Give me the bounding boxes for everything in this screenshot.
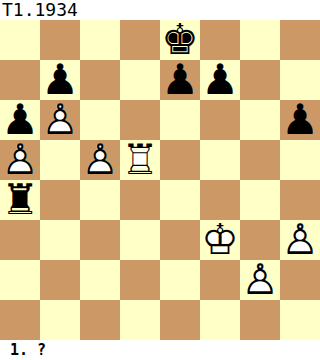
square-h7[interactable] — [280, 60, 320, 100]
square-b8[interactable] — [40, 20, 80, 60]
piece-white-pawn: ♙ — [80, 140, 120, 180]
square-f4[interactable] — [200, 180, 240, 220]
piece-white-pawn: ♙ — [40, 100, 80, 140]
square-d3[interactable] — [120, 220, 160, 260]
diagram-title: T1.1934 — [2, 0, 78, 20]
square-c3[interactable] — [80, 220, 120, 260]
square-b3[interactable] — [40, 220, 80, 260]
piece-black-pawn: ♟ — [160, 60, 200, 100]
piece-white-pawn: ♙ — [240, 260, 280, 300]
square-d5[interactable]: ♜♖ — [120, 140, 160, 180]
square-a8[interactable] — [0, 20, 40, 60]
piece-black-pawn: ♟ — [0, 100, 40, 140]
square-c5[interactable]: ♟♙ — [80, 140, 120, 180]
square-e8[interactable]: ♚ — [160, 20, 200, 60]
square-h1[interactable] — [280, 300, 320, 340]
square-c1[interactable] — [80, 300, 120, 340]
square-h6[interactable]: ♟ — [280, 100, 320, 140]
square-e6[interactable] — [160, 100, 200, 140]
square-e1[interactable] — [160, 300, 200, 340]
square-g1[interactable] — [240, 300, 280, 340]
square-g3[interactable] — [240, 220, 280, 260]
square-e2[interactable] — [160, 260, 200, 300]
square-a2[interactable] — [0, 260, 40, 300]
move-prompt: 1. ? — [10, 340, 46, 360]
chess-diagram: T1.1934 ♚♟♟♟♟♟♙♟♟♙♟♙♜♖♜♚♔♟♙♟♙ 1. ? — [0, 0, 320, 360]
square-c8[interactable] — [80, 20, 120, 60]
square-a5[interactable]: ♟♙ — [0, 140, 40, 180]
square-a1[interactable] — [0, 300, 40, 340]
piece-white-pawn: ♙ — [280, 220, 320, 260]
square-g2[interactable]: ♟♙ — [240, 260, 280, 300]
square-g7[interactable] — [240, 60, 280, 100]
square-e7[interactable]: ♟ — [160, 60, 200, 100]
square-g5[interactable] — [240, 140, 280, 180]
square-b6[interactable]: ♟♙ — [40, 100, 80, 140]
square-g8[interactable] — [240, 20, 280, 60]
square-h8[interactable] — [280, 20, 320, 60]
square-b4[interactable] — [40, 180, 80, 220]
square-a6[interactable]: ♟ — [0, 100, 40, 140]
square-f3[interactable]: ♚♔ — [200, 220, 240, 260]
square-f8[interactable] — [200, 20, 240, 60]
square-h2[interactable] — [280, 260, 320, 300]
piece-white-pawn: ♙ — [0, 140, 40, 180]
square-g6[interactable] — [240, 100, 280, 140]
square-d8[interactable] — [120, 20, 160, 60]
piece-black-pawn: ♟ — [40, 60, 80, 100]
piece-black-king: ♚ — [160, 20, 200, 60]
square-d1[interactable] — [120, 300, 160, 340]
square-c4[interactable] — [80, 180, 120, 220]
square-h5[interactable] — [280, 140, 320, 180]
square-e4[interactable] — [160, 180, 200, 220]
chess-board: ♚♟♟♟♟♟♙♟♟♙♟♙♜♖♜♚♔♟♙♟♙ — [0, 20, 320, 340]
square-d7[interactable] — [120, 60, 160, 100]
square-d4[interactable] — [120, 180, 160, 220]
square-b5[interactable] — [40, 140, 80, 180]
square-h4[interactable] — [280, 180, 320, 220]
square-f2[interactable] — [200, 260, 240, 300]
square-a3[interactable] — [0, 220, 40, 260]
piece-white-rook: ♖ — [120, 140, 160, 180]
square-b1[interactable] — [40, 300, 80, 340]
piece-white-king: ♔ — [200, 220, 240, 260]
square-a7[interactable] — [0, 60, 40, 100]
square-b2[interactable] — [40, 260, 80, 300]
piece-black-pawn: ♟ — [200, 60, 240, 100]
square-d2[interactable] — [120, 260, 160, 300]
square-h3[interactable]: ♟♙ — [280, 220, 320, 260]
piece-black-pawn: ♟ — [280, 100, 320, 140]
square-f5[interactable] — [200, 140, 240, 180]
square-e3[interactable] — [160, 220, 200, 260]
square-f6[interactable] — [200, 100, 240, 140]
square-g4[interactable] — [240, 180, 280, 220]
square-b7[interactable]: ♟ — [40, 60, 80, 100]
square-c2[interactable] — [80, 260, 120, 300]
square-f1[interactable] — [200, 300, 240, 340]
square-c6[interactable] — [80, 100, 120, 140]
square-c7[interactable] — [80, 60, 120, 100]
square-a4[interactable]: ♜ — [0, 180, 40, 220]
piece-black-rook: ♜ — [0, 180, 40, 220]
square-e5[interactable] — [160, 140, 200, 180]
square-f7[interactable]: ♟ — [200, 60, 240, 100]
square-d6[interactable] — [120, 100, 160, 140]
